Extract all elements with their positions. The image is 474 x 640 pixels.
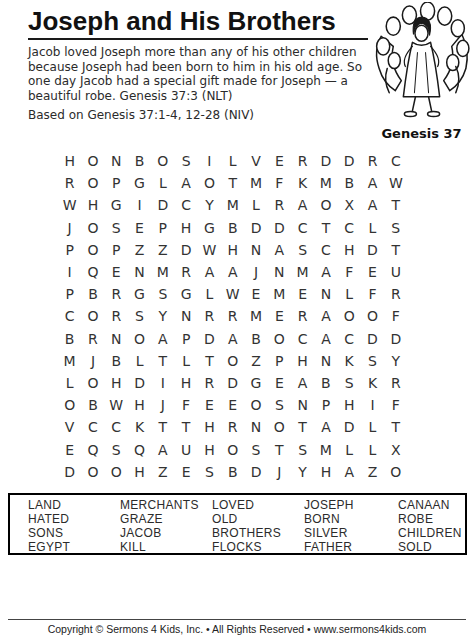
grid-cell: D [338, 416, 361, 438]
grid-cell: N [105, 328, 128, 350]
grid-cell: H [198, 416, 221, 438]
title-rule [28, 38, 368, 40]
grid-cell: O [105, 461, 128, 483]
word-item: JACOB [120, 526, 212, 540]
grid-cell: D [198, 328, 221, 350]
grid-cell: L [338, 283, 361, 305]
intro-text: Jacob loved Joseph more than any of his … [28, 45, 362, 103]
grid-cell: Y [151, 305, 174, 327]
grid-cell: A [361, 194, 384, 216]
grid-cell: B [105, 350, 128, 372]
grid-cell: T [221, 172, 244, 194]
grid-cell: A [314, 416, 337, 438]
grid-cell: L [221, 150, 244, 172]
grid-cell: Q [128, 438, 151, 460]
grid-cell: L [174, 350, 197, 372]
grid-cell: R [105, 305, 128, 327]
word-list: LANDMERCHANTSLOVEDJOSEPHCANAANHATEDGRAZE… [8, 493, 467, 555]
worksheet-page: Joseph and His Brothers Jacob loved Jose… [0, 0, 474, 640]
grid-cell: P [58, 239, 81, 261]
grid-cell: G [105, 194, 128, 216]
grid-cell: G [128, 172, 151, 194]
grid-cell: A [174, 172, 197, 194]
grid-cell: R [105, 283, 128, 305]
grid-cell: E [268, 372, 291, 394]
grid-cell: C [384, 150, 407, 172]
grid-cell: L [198, 283, 221, 305]
grid-cell: K [361, 372, 384, 394]
grid-cell: W [105, 394, 128, 416]
copyright-text: Copyright © Sermons 4 Kids, Inc. • All R… [0, 623, 474, 635]
grid-cell: R [384, 372, 407, 394]
grid-cell: H [81, 194, 104, 216]
grid-cell: A [221, 261, 244, 283]
grid-cell: E [268, 150, 291, 172]
grid-cell: F [384, 394, 407, 416]
grid-cell: S [291, 239, 314, 261]
grid-cell: P [151, 217, 174, 239]
grid-cell: J [244, 261, 267, 283]
grid-cell: N [105, 150, 128, 172]
grid-cell: H [128, 394, 151, 416]
grid-cell: P [268, 350, 291, 372]
grid-cell: N [314, 350, 337, 372]
grid-cell: F [384, 305, 407, 327]
grid-cell: L [128, 350, 151, 372]
grid-cell: Q [81, 438, 104, 460]
grid-cell: A [268, 239, 291, 261]
grid-cell: A [221, 328, 244, 350]
grid-cell: B [221, 461, 244, 483]
grid-cell: H [314, 461, 337, 483]
grid-cell: U [174, 438, 197, 460]
grid-cell: O [221, 438, 244, 460]
grid-cell: B [81, 283, 104, 305]
grid-cell: R [58, 172, 81, 194]
grid-cell: R [291, 150, 314, 172]
grid-cell: B [58, 328, 81, 350]
grid-cell: D [384, 328, 407, 350]
grid-cell: P [58, 283, 81, 305]
grid-cell: B [314, 372, 337, 394]
grid-cell: S [105, 217, 128, 239]
grid-cell: Q [81, 261, 104, 283]
grid-cell: D [361, 239, 384, 261]
grid-cell: G [198, 217, 221, 239]
grid-cell: B [338, 172, 361, 194]
grid-cell: E [58, 438, 81, 460]
grid-cell: G [128, 283, 151, 305]
grid-cell: S [291, 438, 314, 460]
grid-cell: W [384, 172, 407, 194]
grid-cell: B [221, 217, 244, 239]
grid-cell: Y [198, 194, 221, 216]
grid-cell: F [338, 261, 361, 283]
grid-cell: H [338, 239, 361, 261]
word-item: SONS [28, 526, 120, 540]
word-item: BORN [304, 512, 398, 526]
grid-cell: T [291, 416, 314, 438]
grid-cell: N [314, 283, 337, 305]
grid-cell: H [338, 394, 361, 416]
grid-cell: D [221, 372, 244, 394]
grid-cell: M [58, 350, 81, 372]
grid-cell: O [361, 305, 384, 327]
grid-cell: N [244, 239, 267, 261]
word-item: ROBE [398, 512, 465, 526]
grid-cell: O [81, 217, 104, 239]
grid-cell: I [198, 150, 221, 172]
grid-cell: F [361, 283, 384, 305]
grid-cell: Z [361, 461, 384, 483]
grid-cell: H [221, 239, 244, 261]
grid-cell: Z [244, 350, 267, 372]
footer-rule [8, 619, 466, 620]
grid-cell: E [291, 283, 314, 305]
grid-cell: O [268, 416, 291, 438]
grid-cell: N [291, 394, 314, 416]
grid-cell: E [244, 283, 267, 305]
grid-cell: B [244, 328, 267, 350]
grid-cell: P [174, 328, 197, 350]
grid-cell: W [221, 283, 244, 305]
grid-cell: O [384, 461, 407, 483]
grid-cell: T [151, 416, 174, 438]
grid-cell: E [198, 394, 221, 416]
grid-cell: P [314, 394, 337, 416]
grid-cell: A [291, 194, 314, 216]
grid-cell: S [174, 150, 197, 172]
grid-cell: A [314, 261, 337, 283]
grid-cell: D [151, 194, 174, 216]
grid-cell: I [58, 261, 81, 283]
word-item: CHILDREN [398, 526, 465, 540]
grid-cell: E [361, 261, 384, 283]
grid-cell: S [384, 217, 407, 239]
grid-cell: O [221, 350, 244, 372]
grid-cell: L [361, 438, 384, 460]
grid-cell: R [81, 328, 104, 350]
word-item: GRAZE [120, 512, 212, 526]
word-item: MERCHANTS [120, 498, 212, 512]
grid-cell: D [58, 461, 81, 483]
word-item: BROTHERS [212, 526, 304, 540]
grid-cell: L [361, 416, 384, 438]
grid-cell: O [268, 328, 291, 350]
grid-cell: H [105, 372, 128, 394]
grid-cell: M [244, 305, 267, 327]
grid-cell: H [198, 438, 221, 460]
grid-cell: T [151, 350, 174, 372]
grid-cell: J [151, 394, 174, 416]
grid-cell: M [314, 172, 337, 194]
grid-cell: A [361, 172, 384, 194]
grid-cell: R [291, 305, 314, 327]
grid-cell: O [81, 172, 104, 194]
grid-cell: V [244, 150, 267, 172]
grid-cell: I [128, 194, 151, 216]
grid-cell: R [221, 416, 244, 438]
grid-cell: C [291, 328, 314, 350]
grid-cell: H [58, 150, 81, 172]
grid-cell: A [338, 461, 361, 483]
grid-cell: A [314, 305, 337, 327]
grid-cell: O [58, 394, 81, 416]
grid-cell: S [338, 372, 361, 394]
grid-cell: O [314, 194, 337, 216]
joseph-brothers-illustration [371, 2, 472, 124]
grid-cell: D [268, 217, 291, 239]
grid-cell: E [221, 394, 244, 416]
grid-cell: C [174, 194, 197, 216]
grid-cell: L [58, 372, 81, 394]
grid-cell: G [244, 372, 267, 394]
grid-cell: T [384, 194, 407, 216]
grid-cell: A [151, 328, 174, 350]
grid-cell: L [244, 194, 267, 216]
grid-cell: R [198, 372, 221, 394]
grid-cell: O [81, 150, 104, 172]
grid-cell: A [198, 261, 221, 283]
grid-cell: I [361, 394, 384, 416]
grid-cell: R [198, 305, 221, 327]
grid-cell: S [128, 305, 151, 327]
grid-cell: A [291, 372, 314, 394]
grid-cell: D [314, 150, 337, 172]
grid-cell: U [384, 261, 407, 283]
grid-cell: K [338, 350, 361, 372]
grid-cell: H [291, 350, 314, 372]
illustration-block: Genesis 37 [371, 2, 472, 141]
grid-cell: S [268, 394, 291, 416]
grid-cell: L [151, 172, 174, 194]
grid-cell: A [151, 438, 174, 460]
grid-cell: D [244, 217, 267, 239]
grid-cell: S [361, 350, 384, 372]
grid-cell: R [384, 283, 407, 305]
grid-cell: T [384, 416, 407, 438]
grid-cell: D [338, 150, 361, 172]
grid-cell: H [128, 461, 151, 483]
grid-cell: S [244, 438, 267, 460]
grid-cell: L [338, 438, 361, 460]
grid-cell: N [244, 416, 267, 438]
grid-cell: W [198, 239, 221, 261]
grid-cell: K [128, 416, 151, 438]
grid-cell: Z [151, 461, 174, 483]
grid-cell: H [174, 217, 197, 239]
grid-cell: O [81, 461, 104, 483]
grid-cell: O [81, 239, 104, 261]
grid-cell: S [198, 461, 221, 483]
grid-cell: T [198, 350, 221, 372]
page-title: Joseph and His Brothers [28, 6, 336, 37]
grid-cell: T [314, 217, 337, 239]
grid-cell: J [268, 461, 291, 483]
grid-cell: I [151, 372, 174, 394]
grid-cell: C [58, 305, 81, 327]
grid-cell: T [384, 239, 407, 261]
word-item: KILL [120, 540, 212, 554]
word-item: LAND [28, 498, 120, 512]
grid-cell: D [128, 372, 151, 394]
grid-cell: Z [151, 239, 174, 261]
grid-cell: O [151, 150, 174, 172]
grid-cell: P [105, 172, 128, 194]
grid-cell: M [314, 438, 337, 460]
grid-cell: C [291, 217, 314, 239]
grid-cell: O [128, 328, 151, 350]
word-item: SILVER [304, 526, 398, 540]
grid-cell: S [151, 283, 174, 305]
letter-grid: HONBOSILVERDDRCROPGLAOTMFKMBAWWHGIDCYMLR… [58, 150, 407, 483]
grid-cell: F [174, 394, 197, 416]
grid-cell: R [361, 150, 384, 172]
grid-cell: O [198, 172, 221, 194]
word-item: HATED [28, 512, 120, 526]
grid-cell: E [268, 305, 291, 327]
grid-cell: M [244, 172, 267, 194]
grid-cell: K [291, 172, 314, 194]
grid-cell: V [58, 416, 81, 438]
illustration-caption: Genesis 37 [371, 126, 472, 141]
grid-cell: B [81, 394, 104, 416]
grid-cell: L [361, 217, 384, 239]
word-item: FLOCKS [212, 540, 304, 554]
grid-cell: F [268, 172, 291, 194]
grid-cell: R [174, 261, 197, 283]
word-item: OLD [212, 512, 304, 526]
grid-cell: X [338, 194, 361, 216]
grid-cell: M [268, 283, 291, 305]
grid-cell: X [384, 438, 407, 460]
grid-cell: E [174, 461, 197, 483]
grid-cell: H [174, 372, 197, 394]
grid-cell: S [105, 438, 128, 460]
grid-cell: M [151, 261, 174, 283]
grid-cell: O [244, 394, 267, 416]
word-item: EGYPT [28, 540, 120, 554]
grid-cell: M [221, 194, 244, 216]
grid-cell: O [81, 372, 104, 394]
grid-cell: Y [291, 461, 314, 483]
grid-cell: B [128, 150, 151, 172]
grid-cell: G [174, 283, 197, 305]
grid-cell: R [268, 194, 291, 216]
grid-cell: E [128, 217, 151, 239]
word-item: FATHER [304, 540, 398, 554]
grid-cell: J [81, 350, 104, 372]
grid-cell: J [58, 217, 81, 239]
grid-cell: Y [384, 350, 407, 372]
grid-cell: M [291, 261, 314, 283]
grid-cell: C [338, 217, 361, 239]
word-item: SOLD [398, 540, 465, 554]
grid-cell: N [174, 305, 197, 327]
grid-cell: Z [128, 239, 151, 261]
grid-cell: R [221, 305, 244, 327]
grid-cell: N [268, 261, 291, 283]
grid-cell: A [314, 328, 337, 350]
grid-cell: W [58, 194, 81, 216]
grid-cell: P [105, 239, 128, 261]
grid-cell: D [361, 328, 384, 350]
word-item: LOVED [212, 498, 304, 512]
grid-cell: C [105, 416, 128, 438]
grid-cell: D [174, 239, 197, 261]
grid-cell: T [268, 438, 291, 460]
based-on-text: Based on Genesis 37:1-4, 12-28 (NIV) [28, 108, 254, 122]
grid-cell: D [244, 461, 267, 483]
word-item: JOSEPH [304, 498, 398, 512]
grid-cell: O [338, 305, 361, 327]
grid-cell: T [174, 416, 197, 438]
grid-cell: C [338, 328, 361, 350]
grid-cell: C [81, 416, 104, 438]
grid-cell: E [105, 261, 128, 283]
grid-cell: N [128, 261, 151, 283]
grid-cell: O [81, 305, 104, 327]
grid-cell: C [314, 239, 337, 261]
word-item: CANAAN [398, 498, 465, 512]
